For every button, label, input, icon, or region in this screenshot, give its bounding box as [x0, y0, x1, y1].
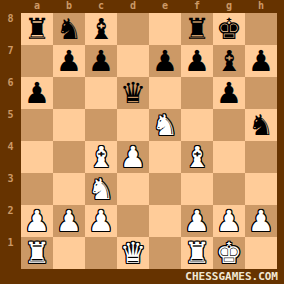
square-b8[interactable]: ♞ [53, 13, 85, 45]
square-a1[interactable]: ♜ [21, 237, 53, 269]
piece-white-pawn: ♟ [56, 207, 82, 236]
piece-black-rook: ♜ [184, 15, 210, 44]
square-e2[interactable] [149, 205, 181, 237]
piece-white-pawn: ♟ [88, 207, 114, 236]
rank-label-3: 3 [0, 173, 21, 205]
square-c5[interactable] [85, 109, 117, 141]
square-h3[interactable] [245, 173, 277, 205]
square-e1[interactable] [149, 237, 181, 269]
piece-white-bishop: ♝ [88, 143, 114, 172]
square-g2[interactable]: ♟ [213, 205, 245, 237]
square-g8[interactable]: ♚ [213, 13, 245, 45]
square-e6[interactable] [149, 77, 181, 109]
square-a4[interactable] [21, 141, 53, 173]
square-a2[interactable]: ♟ [21, 205, 53, 237]
piece-black-pawn: ♟ [248, 47, 274, 76]
square-f2[interactable]: ♟ [181, 205, 213, 237]
file-label-c: c [85, 0, 117, 13]
square-e8[interactable] [149, 13, 181, 45]
square-b1[interactable] [53, 237, 85, 269]
square-c3[interactable]: ♞ [85, 173, 117, 205]
piece-black-pawn: ♟ [56, 47, 82, 76]
square-f1[interactable]: ♜ [181, 237, 213, 269]
square-d3[interactable] [117, 173, 149, 205]
square-h8[interactable] [245, 13, 277, 45]
piece-black-pawn: ♟ [152, 47, 178, 76]
chess-board-image: abcdefgh 87654321 ♜♞♝♜♚♟♟♟♟♝♟♟♛♟♞♞♝♟♝♞♟♟… [0, 0, 284, 284]
square-b2[interactable]: ♟ [53, 205, 85, 237]
square-h6[interactable] [245, 77, 277, 109]
rank-label-1: 1 [0, 237, 21, 269]
square-f8[interactable]: ♜ [181, 13, 213, 45]
piece-white-rook: ♜ [24, 239, 50, 268]
square-c4[interactable]: ♝ [85, 141, 117, 173]
piece-black-pawn: ♟ [184, 47, 210, 76]
square-g4[interactable] [213, 141, 245, 173]
file-label-f: f [181, 0, 213, 13]
square-d4[interactable]: ♟ [117, 141, 149, 173]
chess-board: ♜♞♝♜♚♟♟♟♟♝♟♟♛♟♞♞♝♟♝♞♟♟♟♟♟♟♜♛♜♚ [21, 13, 277, 269]
square-a3[interactable] [21, 173, 53, 205]
square-a6[interactable]: ♟ [21, 77, 53, 109]
rank-labels: 87654321 [0, 13, 21, 269]
square-b6[interactable] [53, 77, 85, 109]
square-g1[interactable]: ♚ [213, 237, 245, 269]
square-a8[interactable]: ♜ [21, 13, 53, 45]
piece-white-pawn: ♟ [216, 207, 242, 236]
square-g7[interactable]: ♝ [213, 45, 245, 77]
square-f4[interactable]: ♝ [181, 141, 213, 173]
square-h7[interactable]: ♟ [245, 45, 277, 77]
piece-black-knight: ♞ [56, 15, 82, 44]
square-c2[interactable]: ♟ [85, 205, 117, 237]
piece-black-king: ♚ [216, 15, 242, 44]
rank-label-8: 8 [0, 13, 21, 45]
file-label-h: h [245, 0, 277, 13]
piece-white-rook: ♜ [184, 239, 210, 268]
piece-white-pawn: ♟ [120, 143, 146, 172]
piece-black-pawn: ♟ [216, 79, 242, 108]
piece-black-queen: ♛ [120, 79, 146, 108]
file-labels: abcdefgh [21, 0, 277, 13]
square-d7[interactable] [117, 45, 149, 77]
file-label-e: e [149, 0, 181, 13]
square-d8[interactable] [117, 13, 149, 45]
rank-label-7: 7 [0, 45, 21, 77]
square-a5[interactable] [21, 109, 53, 141]
square-g3[interactable] [213, 173, 245, 205]
rank-label-5: 5 [0, 109, 21, 141]
square-e3[interactable] [149, 173, 181, 205]
square-e7[interactable]: ♟ [149, 45, 181, 77]
square-b5[interactable] [53, 109, 85, 141]
file-label-g: g [213, 0, 245, 13]
square-b3[interactable] [53, 173, 85, 205]
piece-white-pawn: ♟ [184, 207, 210, 236]
piece-black-pawn: ♟ [88, 47, 114, 76]
square-d6[interactable]: ♛ [117, 77, 149, 109]
square-h4[interactable] [245, 141, 277, 173]
square-f7[interactable]: ♟ [181, 45, 213, 77]
square-c1[interactable] [85, 237, 117, 269]
square-a7[interactable] [21, 45, 53, 77]
piece-black-rook: ♜ [24, 15, 50, 44]
square-f6[interactable] [181, 77, 213, 109]
square-h1[interactable] [245, 237, 277, 269]
square-g5[interactable] [213, 109, 245, 141]
piece-white-pawn: ♟ [24, 207, 50, 236]
rank-label-2: 2 [0, 205, 21, 237]
site-branding: CHESSGAMES.COM [185, 270, 278, 283]
file-label-d: d [117, 0, 149, 13]
square-h5[interactable]: ♞ [245, 109, 277, 141]
piece-black-bishop: ♝ [88, 15, 114, 44]
square-c6[interactable] [85, 77, 117, 109]
square-c7[interactable]: ♟ [85, 45, 117, 77]
piece-white-king: ♚ [216, 239, 242, 268]
square-g6[interactable]: ♟ [213, 77, 245, 109]
rank-label-4: 4 [0, 141, 21, 173]
piece-white-knight: ♞ [152, 111, 178, 140]
piece-black-bishop: ♝ [216, 47, 242, 76]
square-f3[interactable] [181, 173, 213, 205]
piece-black-pawn: ♟ [24, 79, 50, 108]
square-f5[interactable] [181, 109, 213, 141]
square-e5[interactable]: ♞ [149, 109, 181, 141]
file-label-a: a [21, 0, 53, 13]
piece-white-bishop: ♝ [184, 143, 210, 172]
square-h2[interactable]: ♟ [245, 205, 277, 237]
piece-black-knight: ♞ [248, 111, 274, 140]
square-d1[interactable]: ♛ [117, 237, 149, 269]
file-label-b: b [53, 0, 85, 13]
square-e4[interactable] [149, 141, 181, 173]
piece-white-queen: ♛ [120, 239, 146, 268]
square-d5[interactable] [117, 109, 149, 141]
square-b4[interactable] [53, 141, 85, 173]
piece-white-knight: ♞ [88, 175, 114, 204]
square-b7[interactable]: ♟ [53, 45, 85, 77]
square-d2[interactable] [117, 205, 149, 237]
square-c8[interactable]: ♝ [85, 13, 117, 45]
rank-label-6: 6 [0, 77, 21, 109]
piece-white-pawn: ♟ [248, 207, 274, 236]
